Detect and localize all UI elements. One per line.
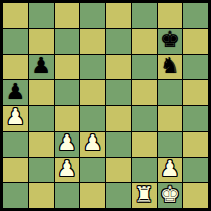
- black-pawn[interactable]: ♟: [6, 81, 26, 103]
- square-c3[interactable]: ♟: [55, 132, 80, 157]
- square-d8[interactable]: [80, 3, 105, 28]
- square-b2[interactable]: [29, 158, 54, 183]
- square-d5[interactable]: [80, 80, 105, 105]
- white-pawn[interactable]: ♟: [6, 106, 26, 128]
- square-c1[interactable]: [55, 183, 80, 208]
- square-b5[interactable]: [29, 80, 54, 105]
- square-a5[interactable]: ♟: [3, 80, 28, 105]
- square-h2[interactable]: [183, 158, 208, 183]
- square-a7[interactable]: [3, 29, 28, 54]
- square-d3[interactable]: ♟: [80, 132, 105, 157]
- square-c8[interactable]: [55, 3, 80, 28]
- square-a6[interactable]: [3, 55, 28, 80]
- square-e1[interactable]: [106, 183, 131, 208]
- square-h1[interactable]: [183, 183, 208, 208]
- white-pawn[interactable]: ♟: [57, 158, 77, 180]
- square-g4[interactable]: [158, 106, 183, 131]
- square-d6[interactable]: [80, 55, 105, 80]
- square-h6[interactable]: [183, 55, 208, 80]
- black-pawn[interactable]: ♟: [31, 55, 51, 77]
- square-g8[interactable]: [158, 3, 183, 28]
- square-f1[interactable]: ♜: [132, 183, 157, 208]
- chess-board: ♚♟♞♟♟♟♟♟♟♜♚: [0, 0, 211, 211]
- square-d2[interactable]: [80, 158, 105, 183]
- square-e2[interactable]: [106, 158, 131, 183]
- square-e4[interactable]: [106, 106, 131, 131]
- square-f3[interactable]: [132, 132, 157, 157]
- square-a8[interactable]: [3, 3, 28, 28]
- square-a2[interactable]: [3, 158, 28, 183]
- black-king[interactable]: ♚: [160, 29, 180, 51]
- square-d7[interactable]: [80, 29, 105, 54]
- square-g1[interactable]: ♚: [158, 183, 183, 208]
- square-f5[interactable]: [132, 80, 157, 105]
- square-c6[interactable]: [55, 55, 80, 80]
- square-g7[interactable]: ♚: [158, 29, 183, 54]
- square-h7[interactable]: [183, 29, 208, 54]
- square-c4[interactable]: [55, 106, 80, 131]
- square-d1[interactable]: [80, 183, 105, 208]
- square-e3[interactable]: [106, 132, 131, 157]
- square-f8[interactable]: [132, 3, 157, 28]
- square-a4[interactable]: ♟: [3, 106, 28, 131]
- square-e6[interactable]: [106, 55, 131, 80]
- square-c7[interactable]: [55, 29, 80, 54]
- square-h3[interactable]: [183, 132, 208, 157]
- square-g6[interactable]: ♞: [158, 55, 183, 80]
- square-e8[interactable]: [106, 3, 131, 28]
- square-h4[interactable]: [183, 106, 208, 131]
- square-g5[interactable]: [158, 80, 183, 105]
- square-h8[interactable]: [183, 3, 208, 28]
- square-f6[interactable]: [132, 55, 157, 80]
- black-knight[interactable]: ♞: [160, 55, 180, 77]
- square-g2[interactable]: ♟: [158, 158, 183, 183]
- square-d4[interactable]: [80, 106, 105, 131]
- square-a3[interactable]: [3, 132, 28, 157]
- square-f4[interactable]: [132, 106, 157, 131]
- white-king[interactable]: ♚: [160, 184, 180, 206]
- white-pawn[interactable]: ♟: [160, 158, 180, 180]
- square-b4[interactable]: [29, 106, 54, 131]
- square-h5[interactable]: [183, 80, 208, 105]
- white-pawn[interactable]: ♟: [83, 132, 103, 154]
- square-b6[interactable]: ♟: [29, 55, 54, 80]
- square-e7[interactable]: [106, 29, 131, 54]
- square-c2[interactable]: ♟: [55, 158, 80, 183]
- square-e5[interactable]: [106, 80, 131, 105]
- white-rook[interactable]: ♜: [134, 184, 154, 206]
- white-pawn[interactable]: ♟: [57, 132, 77, 154]
- square-c5[interactable]: [55, 80, 80, 105]
- square-b8[interactable]: [29, 3, 54, 28]
- square-g3[interactable]: [158, 132, 183, 157]
- square-b1[interactable]: [29, 183, 54, 208]
- square-b3[interactable]: [29, 132, 54, 157]
- square-f2[interactable]: [132, 158, 157, 183]
- square-b7[interactable]: [29, 29, 54, 54]
- square-f7[interactable]: [132, 29, 157, 54]
- square-a1[interactable]: [3, 183, 28, 208]
